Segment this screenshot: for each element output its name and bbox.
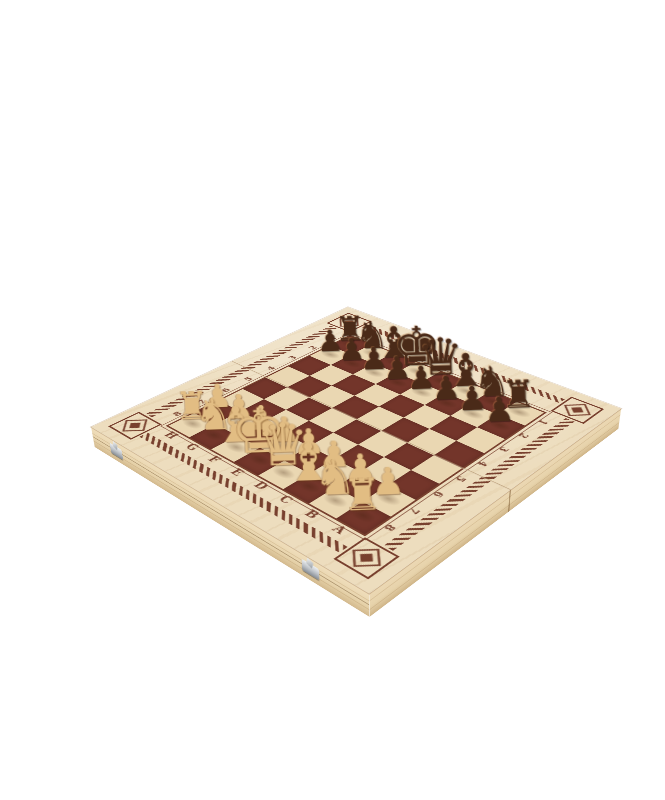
- piece-shadow: [359, 347, 385, 359]
- chess-board-box: HGFEDCBA 12345678 12345678 ♜♞♝♛♚♝♞♜♟♟♟♟♟…: [90, 306, 623, 594]
- piece-shadow: [317, 349, 343, 361]
- piece-shadow: [384, 376, 412, 389]
- corner-ornament: [333, 537, 399, 579]
- piece-shadow: [407, 386, 436, 399]
- piece-shadow: [452, 384, 481, 397]
- piece-shadow: [381, 356, 408, 368]
- rank-label-1: 1: [524, 413, 563, 431]
- rank-label-7: 7: [394, 499, 437, 523]
- metal-latch: [302, 559, 320, 581]
- piece-shadow: [339, 357, 366, 369]
- fold-seam-edge: [508, 489, 511, 512]
- piece-shadow: [361, 366, 388, 378]
- piece-white-rook-a1: ♜: [342, 472, 383, 518]
- rank-label-3: 3: [484, 439, 524, 459]
- scene: HGFEDCBA 12345678 12345678 ♜♞♝♛♚♝♞♜♟♟♟♟♟…: [0, 0, 665, 800]
- file-label-g: G: [174, 438, 210, 458]
- piece-black-pawn-a7: ♟: [484, 392, 515, 427]
- product-photo: HGFEDCBA 12345678 12345678 ♜♞♝♛♚♝♞♜♟♟♟♟♟…: [0, 0, 665, 800]
- piece-shadow: [428, 374, 456, 387]
- piece-shadow: [338, 339, 364, 350]
- piece-shadow: [404, 365, 431, 377]
